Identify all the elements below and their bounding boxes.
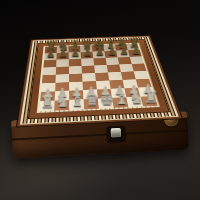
square-e5[interactable] <box>94 65 108 73</box>
chess-board[interactable]: ♜♞♝♛♚♝♞♜♟♟♟♟♟♟♟♟♟♟♟♟♟♟♟♟♜♞♝♛♚♝♞♜ <box>17 35 182 126</box>
square-h5[interactable] <box>132 63 147 71</box>
square-h4[interactable] <box>134 71 149 79</box>
board-grid: ♜♞♝♛♚♝♞♜♟♟♟♟♟♟♟♟♟♟♟♟♟♟♟♟♜♞♝♛♚♝♞♜ <box>39 44 157 112</box>
board-perspective: ♜♞♝♛♚♝♞♜♟♟♟♟♟♟♟♟♟♟♟♟♟♟♟♟♜♞♝♛♚♝♞♜ <box>0 0 200 200</box>
frame-wood-band: ♜♞♝♛♚♝♞♜♟♟♟♟♟♟♟♟♟♟♟♟♟♟♟♟♜♞♝♛♚♝♞♜ <box>28 39 170 119</box>
piece-black-pawn[interactable]: ♟ <box>43 49 58 60</box>
square-b5[interactable] <box>56 66 69 74</box>
square-b4[interactable] <box>55 74 69 83</box>
square-h6[interactable] <box>130 56 144 63</box>
photo-scene: ♜♞♝♛♚♝♞♜♟♟♟♟♟♟♟♟♟♟♟♟♟♟♟♟♜♞♝♛♚♝♞♜ <box>0 0 200 200</box>
square-a7[interactable]: ♟ <box>44 53 57 60</box>
piece-white-rook[interactable]: ♜ <box>37 94 56 111</box>
square-a5[interactable] <box>43 67 56 75</box>
square-g4[interactable] <box>121 71 136 79</box>
square-a1[interactable]: ♜ <box>39 101 54 112</box>
square-c5[interactable] <box>69 66 82 74</box>
frame-mosaic-band: ♜♞♝♛♚♝♞♜♟♟♟♟♟♟♟♟♟♟♟♟♟♟♟♟♜♞♝♛♚♝♞♜ <box>20 36 179 124</box>
frame-inner-inlay: ♜♞♝♛♚♝♞♜♟♟♟♟♟♟♟♟♟♟♟♟♟♟♟♟♜♞♝♛♚♝♞♜ <box>37 43 161 113</box>
square-d5[interactable] <box>82 65 95 73</box>
square-a4[interactable] <box>42 75 56 84</box>
square-d4[interactable] <box>82 73 96 82</box>
